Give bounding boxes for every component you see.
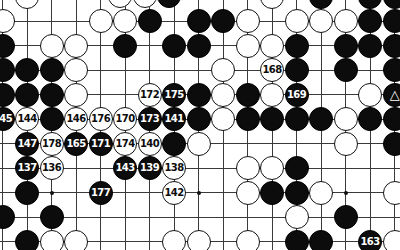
white-stone-172[interactable]: 172 — [138, 83, 162, 107]
black-stone[interactable] — [358, 0, 382, 9]
black-stone-141[interactable]: 141 — [162, 107, 186, 131]
black-stone-189[interactable]: 189 — [157, 0, 181, 8]
black-stone-171[interactable]: 171 — [89, 132, 113, 156]
white-stone-168[interactable]: 168 — [260, 58, 284, 82]
black-stone[interactable] — [162, 132, 186, 156]
black-stone[interactable] — [40, 205, 64, 229]
black-stone[interactable] — [285, 181, 309, 205]
black-stone[interactable] — [162, 34, 186, 58]
white-stone[interactable] — [162, 230, 186, 250]
white-stone-174[interactable]: 174 — [113, 132, 137, 156]
white-stone[interactable] — [64, 83, 88, 107]
white-stone[interactable] — [334, 9, 358, 33]
white-stone[interactable] — [309, 9, 333, 33]
white-stone[interactable] — [334, 132, 358, 156]
black-stone[interactable] — [383, 0, 400, 9]
black-stone-marked[interactable]: △ — [383, 83, 400, 107]
black-stone[interactable] — [187, 107, 211, 131]
white-stone-142[interactable]: 142 — [162, 181, 186, 205]
white-stone-136[interactable]: 136 — [40, 156, 64, 180]
white-stone[interactable] — [236, 230, 260, 250]
white-stone[interactable] — [260, 83, 284, 107]
black-stone[interactable] — [285, 230, 309, 250]
white-stone[interactable] — [89, 9, 113, 33]
black-stone[interactable] — [15, 230, 39, 250]
white-stone-188[interactable]: 188 — [133, 0, 157, 8]
black-stone[interactable] — [40, 83, 64, 107]
white-stone-184[interactable]: 184 — [108, 0, 132, 8]
black-stone[interactable] — [0, 58, 15, 82]
white-stone-146[interactable]: 146 — [64, 107, 88, 131]
black-stone-145[interactable]: 145 — [0, 107, 15, 131]
black-stone[interactable] — [334, 34, 358, 58]
black-stone[interactable] — [15, 83, 39, 107]
black-stone-143[interactable]: 143 — [113, 156, 137, 180]
white-stone[interactable] — [334, 107, 358, 131]
black-stone[interactable] — [358, 107, 382, 131]
black-stone[interactable] — [285, 34, 309, 58]
white-stone[interactable] — [309, 181, 333, 205]
black-stone[interactable] — [260, 181, 284, 205]
white-stone[interactable] — [211, 58, 235, 82]
black-stone[interactable] — [40, 58, 64, 82]
black-stone[interactable] — [383, 34, 400, 58]
white-stone[interactable] — [15, 0, 39, 9]
white-stone[interactable] — [211, 107, 235, 131]
white-stone[interactable] — [285, 205, 309, 229]
black-stone[interactable] — [138, 9, 162, 33]
black-stone-173[interactable]: 173 — [138, 107, 162, 131]
white-stone[interactable] — [64, 58, 88, 82]
black-stone[interactable] — [187, 83, 211, 107]
white-stone[interactable] — [285, 9, 309, 33]
white-stone[interactable] — [187, 230, 211, 250]
black-stone[interactable] — [187, 34, 211, 58]
white-stone[interactable] — [236, 34, 260, 58]
black-stone[interactable] — [334, 58, 358, 82]
black-stone-147[interactable]: 147 — [15, 132, 39, 156]
white-stone-140[interactable]: 140 — [138, 132, 162, 156]
black-stone[interactable] — [285, 156, 309, 180]
black-stone-169[interactable]: 169 — [285, 83, 309, 107]
black-stone-175[interactable]: 175 — [162, 83, 186, 107]
white-stone[interactable] — [187, 132, 211, 156]
white-stone-170[interactable]: 170 — [113, 107, 137, 131]
white-stone[interactable] — [358, 83, 382, 107]
black-stone[interactable] — [0, 34, 15, 58]
black-stone[interactable] — [40, 107, 64, 131]
black-stone[interactable] — [383, 107, 400, 131]
white-stone[interactable] — [383, 230, 400, 250]
black-stone[interactable] — [260, 107, 284, 131]
black-stone-163[interactable]: 163 — [358, 230, 382, 250]
black-stone[interactable] — [15, 181, 39, 205]
white-stone[interactable] — [260, 34, 284, 58]
star-point — [344, 191, 348, 195]
black-stone[interactable] — [383, 132, 400, 156]
black-stone[interactable] — [236, 107, 260, 131]
black-stone-165[interactable]: 165 — [64, 132, 88, 156]
white-stone[interactable] — [260, 0, 284, 9]
white-stone[interactable] — [0, 9, 15, 33]
go-board[interactable]: 168172175169△145144146176170173141147178… — [0, 0, 400, 250]
black-stone[interactable] — [383, 9, 400, 33]
star-point — [50, 191, 54, 195]
black-stone[interactable] — [309, 230, 333, 250]
black-stone[interactable] — [0, 83, 15, 107]
black-stone[interactable] — [211, 9, 235, 33]
white-stone[interactable] — [64, 34, 88, 58]
black-stone-137[interactable]: 137 — [15, 156, 39, 180]
black-stone[interactable] — [113, 34, 137, 58]
white-stone[interactable] — [260, 156, 284, 180]
white-stone[interactable] — [40, 230, 64, 250]
black-stone[interactable] — [358, 9, 382, 33]
black-stone[interactable] — [383, 58, 400, 82]
white-stone-138[interactable]: 138 — [162, 156, 186, 180]
white-stone[interactable] — [383, 181, 400, 205]
triangle-marker: △ — [390, 88, 399, 101]
white-stone[interactable] — [113, 9, 137, 33]
black-stone[interactable] — [187, 9, 211, 33]
black-stone[interactable] — [0, 205, 15, 229]
black-stone[interactable] — [285, 107, 309, 131]
black-stone[interactable] — [334, 205, 358, 229]
black-stone[interactable] — [309, 0, 333, 9]
white-stone-178[interactable]: 178 — [40, 132, 64, 156]
white-stone[interactable] — [236, 156, 260, 180]
star-point — [197, 191, 201, 195]
black-stone[interactable] — [309, 107, 333, 131]
black-stone-139[interactable]: 139 — [138, 156, 162, 180]
black-stone-177[interactable]: 177 — [89, 181, 113, 205]
black-stone[interactable] — [285, 58, 309, 82]
black-stone[interactable] — [15, 58, 39, 82]
black-stone[interactable] — [236, 83, 260, 107]
white-stone[interactable] — [236, 9, 260, 33]
black-stone[interactable] — [358, 34, 382, 58]
white-stone[interactable] — [211, 83, 235, 107]
white-stone[interactable] — [236, 181, 260, 205]
white-stone[interactable] — [40, 34, 64, 58]
white-stone-176[interactable]: 176 — [89, 107, 113, 131]
white-stone-144[interactable]: 144 — [15, 107, 39, 131]
white-stone[interactable] — [64, 230, 88, 250]
